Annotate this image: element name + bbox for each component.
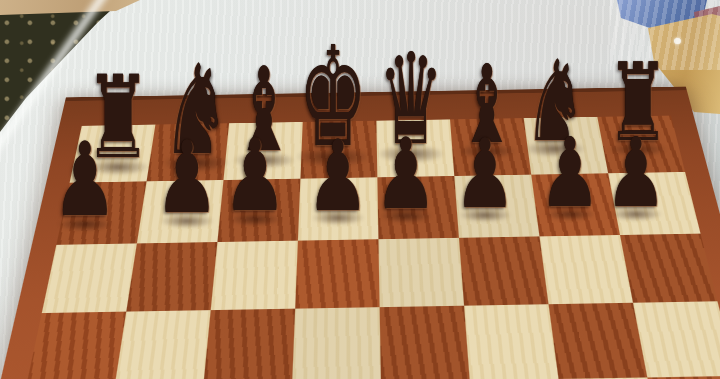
board-square[interactable] xyxy=(26,312,127,379)
piece-pawn[interactable]: ♟ xyxy=(374,125,437,223)
board-square[interactable] xyxy=(539,235,633,304)
piece-pawn[interactable]: ♟ xyxy=(539,125,601,221)
board-square[interactable] xyxy=(115,310,211,379)
board-square[interactable] xyxy=(620,234,717,303)
board-square[interactable] xyxy=(295,239,379,308)
piece-pawn[interactable]: ♟ xyxy=(605,125,667,221)
board-square[interactable] xyxy=(42,243,137,313)
board-square[interactable] xyxy=(380,306,470,379)
board-square[interactable] xyxy=(549,303,648,379)
board-square[interactable] xyxy=(126,242,217,312)
board-square[interactable] xyxy=(211,241,298,310)
board-square[interactable] xyxy=(633,301,720,377)
piece-pawn[interactable]: ♟ xyxy=(454,126,516,222)
piece-pawn[interactable]: ♟ xyxy=(52,129,118,231)
board-square[interactable] xyxy=(378,238,464,307)
piece-pawn[interactable]: ♟ xyxy=(223,126,288,226)
piece-pawn[interactable]: ♟ xyxy=(155,128,220,228)
piece-pawn[interactable]: ♟ xyxy=(306,127,369,225)
board-square[interactable] xyxy=(292,307,381,379)
photo-scene: ♜♞♝♚♛♝♞♜♟♟♟♟♟♟♟♟ xyxy=(0,0,720,379)
board-square[interactable] xyxy=(464,304,558,379)
board-square[interactable] xyxy=(459,236,549,305)
board-square[interactable] xyxy=(203,309,295,379)
